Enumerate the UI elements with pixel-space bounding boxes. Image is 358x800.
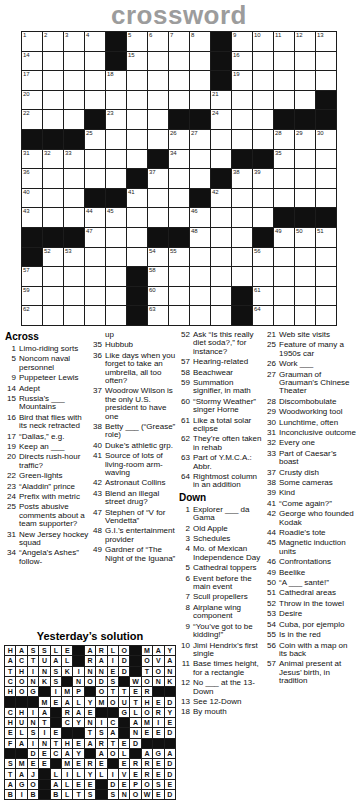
grid-cell[interactable] — [127, 208, 147, 227]
solution-letter-cell: T — [142, 667, 152, 676]
clue-number: 54 — [263, 621, 279, 629]
grid-cell[interactable]: 32 — [43, 150, 63, 169]
clue-text: “Angela’s Ashes” follow- — [19, 549, 89, 566]
clue-item: 29Woodworking tool — [263, 408, 356, 416]
grid-cell[interactable]: 8 — [190, 32, 210, 51]
grid-cell[interactable]: 62 — [22, 306, 42, 325]
grid-cell[interactable]: 35 — [274, 150, 294, 169]
solution-letter-cell: G — [16, 780, 26, 789]
clue-text: Magnetic induction units — [279, 539, 356, 556]
clue-item: 61Like a total solar eclipse — [177, 417, 263, 434]
grid-cell[interactable] — [316, 306, 336, 325]
grid-cell[interactable] — [253, 267, 273, 286]
grid-cell[interactable]: 24 — [211, 110, 231, 129]
grid-cell[interactable] — [43, 267, 63, 286]
grid-cell[interactable] — [169, 71, 189, 90]
clue-text: Noncom naval personnel — [19, 355, 89, 372]
clue-number: 31 — [3, 531, 19, 548]
grid-cell[interactable] — [190, 52, 210, 71]
grid-cell[interactable] — [274, 306, 294, 325]
grid-cell[interactable]: 19 — [232, 71, 252, 90]
grid-cell[interactable]: 51 — [316, 228, 336, 247]
grid-cell[interactable] — [85, 71, 105, 90]
grid-cell[interactable] — [274, 267, 294, 286]
grid-cell[interactable]: 49 — [274, 228, 294, 247]
grid-cell[interactable] — [211, 248, 231, 267]
grid-cell[interactable] — [169, 208, 189, 227]
grid-cell[interactable] — [232, 208, 252, 227]
clue-item: 6Event before the main event — [177, 575, 263, 592]
clue-number: 52 — [177, 331, 193, 356]
grid-cell[interactable] — [316, 150, 336, 169]
grid-cell[interactable]: 39 — [253, 169, 273, 188]
grid-cell[interactable]: 6 — [148, 32, 168, 51]
grid-cell[interactable]: 18 — [106, 71, 126, 90]
grid-cell[interactable] — [295, 189, 315, 208]
grid-cell[interactable] — [106, 306, 126, 325]
clue-number: 29 — [263, 408, 279, 416]
grid-cell[interactable] — [274, 189, 294, 208]
grid-cell[interactable] — [148, 52, 168, 71]
grid-cell[interactable] — [232, 228, 252, 247]
grid-cell[interactable] — [64, 91, 84, 110]
grid-cell[interactable] — [253, 52, 273, 71]
cell-clue-number: 36 — [23, 169, 30, 176]
grid-cell[interactable] — [127, 248, 147, 267]
down-header: Down — [179, 492, 263, 503]
grid-cell[interactable]: 57 — [22, 267, 42, 286]
clue-text: Adept — [19, 385, 89, 393]
solution-letter-cell: D — [119, 656, 129, 665]
clue-number: 49 — [263, 569, 279, 577]
grid-cell[interactable]: 43 — [22, 208, 42, 227]
grid-cell[interactable] — [106, 150, 126, 169]
grid-cell[interactable] — [85, 91, 105, 110]
grid-cell[interactable]: 26 — [169, 130, 189, 149]
grid-cell[interactable]: 16 — [232, 52, 252, 71]
grid-cell[interactable] — [316, 52, 336, 71]
grid-cell[interactable] — [148, 208, 168, 227]
grid-cell[interactable] — [190, 267, 210, 286]
grid-cell[interactable]: 22 — [22, 110, 42, 129]
solution-letter-cell: O — [108, 749, 118, 758]
grid-cell[interactable]: 3 — [64, 32, 84, 51]
grid-cell[interactable] — [169, 287, 189, 306]
grid-cell[interactable]: 20 — [22, 91, 42, 110]
solution-letter-cell: E — [5, 728, 15, 737]
cell-clue-number: 1 — [23, 32, 26, 39]
grid-cell[interactable] — [127, 71, 147, 90]
grid-cell[interactable] — [85, 169, 105, 188]
grid-cell[interactable] — [253, 208, 273, 227]
grid-cell[interactable]: 50 — [295, 228, 315, 247]
clue-number: 2 — [177, 525, 193, 533]
solution-letter-cell: O — [85, 677, 95, 686]
grid-cell[interactable] — [43, 110, 63, 129]
grid-cell[interactable] — [43, 52, 63, 71]
grid-cell[interactable] — [106, 130, 126, 149]
grid-cell[interactable]: 60 — [148, 287, 168, 306]
grid-cell[interactable] — [232, 91, 252, 110]
grid-cell[interactable] — [190, 71, 210, 90]
black-cell — [274, 110, 294, 129]
clue-text: Some cameras — [279, 479, 356, 487]
clue-text: Cathedral areas — [279, 589, 356, 597]
grid-cell[interactable] — [106, 267, 126, 286]
grid-cell[interactable] — [64, 189, 84, 208]
grid-cell[interactable]: 17 — [22, 71, 42, 90]
grid-cell[interactable] — [127, 150, 147, 169]
grid-cell[interactable]: 59 — [22, 287, 42, 306]
grid-cell[interactable]: 29 — [295, 130, 315, 149]
clue-number: 28 — [263, 398, 279, 406]
grid-cell[interactable]: 31 — [22, 150, 42, 169]
cell-clue-number: 31 — [23, 150, 30, 157]
grid-cell[interactable] — [43, 306, 63, 325]
grid-cell[interactable] — [190, 150, 210, 169]
grid-cell[interactable] — [211, 208, 231, 227]
grid-cell[interactable] — [211, 228, 231, 247]
grid-cell[interactable]: 64 — [253, 306, 273, 325]
clue-number: 51 — [263, 589, 279, 597]
grid-cell[interactable] — [85, 150, 105, 169]
grid-cell[interactable] — [190, 306, 210, 325]
clue-number: 33 — [263, 450, 279, 467]
grid-cell[interactable] — [127, 228, 147, 247]
solution-letter-cell: D — [28, 749, 38, 758]
solution-black-cell — [108, 708, 118, 717]
grid-cell[interactable]: 47 — [85, 228, 105, 247]
grid-cell[interactable] — [190, 91, 210, 110]
grid-cell[interactable] — [211, 306, 231, 325]
solution-letter-cell: S — [5, 759, 15, 768]
solution-letter-cell: U — [39, 656, 49, 665]
grid-cell[interactable]: 45 — [106, 208, 126, 227]
clue-number: 37 — [89, 387, 105, 421]
black-cell — [106, 52, 126, 71]
grid-cell[interactable] — [64, 208, 84, 227]
solution-black-cell — [153, 687, 163, 696]
grid-cell[interactable]: 1 — [22, 32, 42, 51]
cell-clue-number: 44 — [86, 208, 93, 215]
cell-clue-number: 49 — [275, 228, 282, 235]
grid-cell[interactable] — [232, 248, 252, 267]
solution-letter-cell: A — [39, 708, 49, 717]
grid-cell[interactable]: 5 — [127, 32, 147, 51]
grid-cell[interactable] — [106, 228, 126, 247]
grid-cell[interactable]: 63 — [148, 306, 168, 325]
grid-cell[interactable] — [274, 91, 294, 110]
black-cell — [190, 189, 210, 208]
clue-item: 14Adept — [3, 385, 89, 393]
clue-number: 34 — [3, 549, 19, 566]
grid-cell[interactable] — [232, 110, 252, 129]
clue-text: “Aladdin” prince — [19, 483, 89, 491]
grid-cell[interactable]: 33 — [64, 150, 84, 169]
grid-cell[interactable] — [316, 71, 336, 90]
grid-cell[interactable] — [295, 287, 315, 306]
grid-cell[interactable] — [232, 267, 252, 286]
grid-cell[interactable] — [64, 52, 84, 71]
grid-cell[interactable] — [148, 71, 168, 90]
clue-text: Kind — [279, 489, 356, 497]
grid-cell[interactable]: 7 — [169, 32, 189, 51]
cell-clue-number: 30 — [317, 130, 324, 137]
grid-cell[interactable] — [85, 306, 105, 325]
grid-cell[interactable]: 37 — [148, 169, 168, 188]
grid-cell[interactable]: 14 — [22, 52, 42, 71]
grid-cell[interactable] — [253, 130, 273, 149]
clue-item: 55Is in the red — [263, 631, 356, 639]
solution-letter-cell: Y — [165, 708, 175, 717]
grid-cell[interactable]: 58 — [148, 267, 168, 286]
solution-letter-cell: Y — [73, 749, 83, 758]
grid-cell[interactable] — [232, 130, 252, 149]
grid-cell[interactable] — [169, 306, 189, 325]
grid-cell[interactable] — [43, 91, 63, 110]
clue-item: 33Part of Caesar’s boast — [263, 450, 356, 467]
cell-clue-number: 17 — [23, 71, 30, 78]
solution-letter-cell: E — [165, 718, 175, 727]
grid-cell[interactable]: 46 — [190, 208, 210, 227]
solution-letter-cell: P — [130, 780, 140, 789]
grid-cell[interactable] — [316, 169, 336, 188]
grid-cell[interactable]: 30 — [316, 130, 336, 149]
grid-cell[interactable] — [253, 71, 273, 90]
grid-cell[interactable] — [148, 189, 168, 208]
grid-cell[interactable] — [85, 52, 105, 71]
grid-cell[interactable] — [43, 287, 63, 306]
grid-cell[interactable] — [211, 267, 231, 286]
solution-letter-cell: P — [73, 687, 83, 696]
yesterday-solution: Yesterday’s solution HASSLEARLOMAYACTUAL… — [3, 630, 177, 800]
solution-letter-cell: H — [5, 687, 15, 696]
grid-cell[interactable]: 56 — [253, 248, 273, 267]
grid-cell[interactable]: 15 — [127, 52, 147, 71]
grid-cell[interactable]: 2 — [43, 32, 63, 51]
clue-number: 58 — [177, 369, 193, 377]
grid-cell[interactable] — [295, 306, 315, 325]
grid-cell[interactable] — [190, 169, 210, 188]
clue-item: 52Ask “Is this really diet soda?,” for i… — [177, 331, 263, 356]
clue-text: Stephen of “V for Vendetta” — [105, 509, 177, 526]
grid-cell[interactable] — [85, 287, 105, 306]
cell-clue-number: 24 — [212, 110, 219, 117]
grid-cell[interactable] — [274, 287, 294, 306]
clue-text: Posts abusive comments about a team supp… — [19, 503, 89, 528]
grid-cell[interactable] — [148, 110, 168, 129]
grid-cell[interactable] — [316, 287, 336, 306]
grid-cell[interactable] — [127, 110, 147, 129]
grid-cell[interactable]: 27 — [190, 130, 210, 149]
black-cell — [316, 110, 336, 129]
grid-cell[interactable] — [64, 267, 84, 286]
black-cell — [211, 71, 231, 90]
grid-cell[interactable] — [106, 91, 126, 110]
solution-letter-cell: A — [142, 749, 152, 758]
grid-cell[interactable] — [127, 130, 147, 149]
solution-letter-cell: A — [5, 656, 15, 665]
grid-cell[interactable]: 52 — [43, 248, 63, 267]
grid-cell[interactable]: 12 — [295, 32, 315, 51]
solution-letter-cell: I — [96, 718, 106, 727]
clue-text: No ___ at the 13-Down — [193, 679, 263, 696]
clue-item: 13See 12-Down — [177, 698, 263, 706]
solution-black-cell — [39, 780, 49, 789]
solution-letter-cell: A — [85, 739, 95, 748]
clue-number: 64 — [177, 473, 193, 490]
grid-cell[interactable] — [211, 150, 231, 169]
grid-cell[interactable]: 44 — [85, 208, 105, 227]
grid-cell[interactable] — [295, 71, 315, 90]
grid-cell[interactable] — [211, 130, 231, 149]
grid-cell[interactable] — [85, 248, 105, 267]
solution-letter-cell: O — [142, 780, 152, 789]
solution-letter-cell: C — [108, 718, 118, 727]
grid-cell[interactable]: 36 — [22, 169, 42, 188]
grid-cell[interactable] — [43, 189, 63, 208]
grid-cell[interactable] — [64, 71, 84, 90]
solution-black-cell — [16, 697, 26, 706]
grid-cell[interactable] — [190, 248, 210, 267]
grid-cell[interactable] — [169, 91, 189, 110]
solution-letter-cell: T — [39, 718, 49, 727]
grid-cell[interactable] — [43, 169, 63, 188]
solution-black-cell — [62, 728, 72, 737]
cell-clue-number: 19 — [233, 71, 240, 78]
grid-cell[interactable] — [295, 52, 315, 71]
crossword-page: crossword 123456789101112131415161718192… — [0, 0, 358, 800]
grid-cell[interactable] — [169, 189, 189, 208]
grid-cell[interactable] — [85, 267, 105, 286]
solution-letter-cell: A — [16, 739, 26, 748]
grid-cell[interactable]: 40 — [22, 189, 42, 208]
grid-cell[interactable] — [169, 267, 189, 286]
clue-number: 18 — [177, 708, 193, 716]
solution-black-cell — [73, 646, 83, 655]
grid-cell[interactable] — [64, 110, 84, 129]
grid-cell[interactable] — [190, 287, 210, 306]
grid-cell[interactable] — [274, 169, 294, 188]
grid-cell[interactable] — [316, 189, 336, 208]
clue-text: Betty ___ (“Grease” role) — [105, 423, 177, 440]
grid-cell[interactable]: 61 — [253, 287, 273, 306]
cell-clue-number: 14 — [23, 52, 30, 59]
solution-letter-cell: R — [142, 759, 152, 768]
grid-cell[interactable] — [106, 169, 126, 188]
solution-letter-cell: A — [5, 780, 15, 789]
grid-cell[interactable]: 34 — [169, 150, 189, 169]
grid-cell[interactable] — [253, 189, 273, 208]
clue-item: 58Beachwear — [177, 369, 263, 377]
grid-cell[interactable] — [274, 71, 294, 90]
grid-cell[interactable] — [232, 189, 252, 208]
grid-cell[interactable] — [43, 71, 63, 90]
grid-cell[interactable] — [295, 150, 315, 169]
grid-cell[interactable] — [43, 208, 63, 227]
grid-cell[interactable]: 38 — [232, 169, 252, 188]
clue-text: Like days when you forget to take an umb… — [105, 352, 177, 386]
grid-cell[interactable]: 48 — [190, 228, 210, 247]
grid-cell[interactable] — [295, 267, 315, 286]
grid-cell[interactable] — [295, 91, 315, 110]
clue-text: Inconclusive outcome — [279, 429, 356, 437]
solution-letter-cell: L — [16, 728, 26, 737]
solution-letter-cell: E — [130, 769, 140, 778]
grid-cell[interactable] — [127, 91, 147, 110]
grid-cell[interactable] — [253, 110, 273, 129]
solution-letter-cell: N — [85, 667, 95, 676]
grid-cell[interactable]: 9 — [232, 32, 252, 51]
grid-cell[interactable]: 53 — [64, 248, 84, 267]
clue-item: 26Work ___ — [263, 360, 356, 368]
grid-cell[interactable]: 13 — [316, 32, 336, 51]
grid-cell[interactable]: 25 — [85, 130, 105, 149]
solution-letter-cell: E — [153, 697, 163, 706]
grid-cell[interactable] — [169, 169, 189, 188]
solution-letter-cell: C — [51, 749, 61, 758]
solution-letter-cell: L — [62, 790, 72, 799]
clue-text: “Dallas,” e.g. — [19, 433, 89, 441]
grid-cell[interactable]: 4 — [85, 32, 105, 51]
clue-item: 30Lunchtime, often — [263, 419, 356, 427]
grid-cell[interactable] — [64, 306, 84, 325]
grid-cell[interactable]: 11 — [274, 32, 294, 51]
grid-cell[interactable] — [274, 248, 294, 267]
clue-text: They’re often taken in rehab — [193, 435, 263, 452]
grid-cell[interactable] — [64, 169, 84, 188]
grid-cell[interactable] — [316, 267, 336, 286]
grid-cell[interactable]: 28 — [274, 130, 294, 149]
grid-cell[interactable]: 21 — [211, 91, 231, 110]
grid-cell[interactable] — [211, 287, 231, 306]
clue-number: 42 — [89, 479, 105, 487]
solution-letter-cell: C — [5, 677, 15, 686]
grid-cell[interactable]: 55 — [169, 248, 189, 267]
grid-cell[interactable] — [106, 248, 126, 267]
grid-cell[interactable] — [169, 52, 189, 71]
black-cell — [148, 228, 168, 247]
clue-text: Bird that flies with its neck retracted — [19, 414, 89, 431]
clue-number: 17 — [3, 433, 19, 441]
clue-text: Roadie’s tote — [279, 529, 356, 537]
grid-cell[interactable] — [316, 248, 336, 267]
grid-cell[interactable] — [274, 52, 294, 71]
solution-letter-cell: S — [39, 646, 49, 655]
grid-cell[interactable]: 10 — [253, 32, 273, 51]
grid-cell[interactable]: 42 — [211, 189, 231, 208]
cell-clue-number: 4 — [86, 32, 89, 39]
clue-number: 36 — [89, 352, 105, 386]
clue-number: 22 — [3, 472, 19, 480]
solution-black-cell — [165, 739, 175, 748]
solution-black-cell — [73, 728, 83, 737]
grid-cell[interactable]: 54 — [148, 248, 168, 267]
solution-letter-cell: Y — [165, 646, 175, 655]
grid-cell[interactable]: 23 — [106, 110, 126, 129]
grid-cell[interactable] — [106, 287, 126, 306]
clue-text: Cathedral toppers — [193, 564, 263, 572]
grid-cell[interactable]: 41 — [127, 189, 147, 208]
grid-cell[interactable] — [148, 91, 168, 110]
grid-cell[interactable] — [253, 91, 273, 110]
grid-cell[interactable] — [148, 130, 168, 149]
grid-cell[interactable] — [295, 169, 315, 188]
grid-cell[interactable] — [295, 248, 315, 267]
solution-letter-cell: O — [16, 687, 26, 696]
grid-cell[interactable] — [64, 287, 84, 306]
solution-letter-cell: H — [16, 667, 26, 676]
